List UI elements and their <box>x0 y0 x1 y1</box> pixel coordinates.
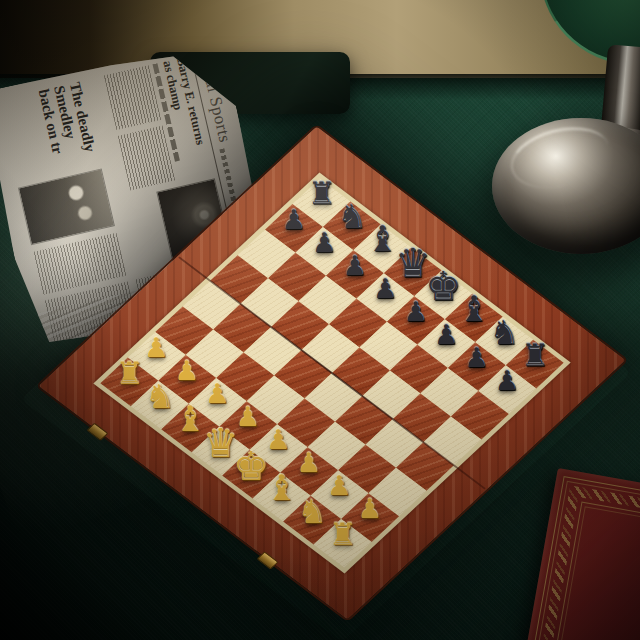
piece-black-bishop-f8[interactable]: ♝ <box>458 291 489 326</box>
piece-black-bishop-c8[interactable]: ♝ <box>367 222 398 257</box>
piece-white-pawn-d2[interactable]: ♟ <box>236 403 260 430</box>
newspaper-text-column <box>118 126 175 191</box>
piece-white-pawn-h2[interactable]: ♟ <box>358 495 382 522</box>
piece-white-knight-g1[interactable]: ♞ <box>297 495 327 528</box>
lamp-chrome-base <box>492 118 640 254</box>
piece-black-pawn-h7[interactable]: ♟ <box>495 367 519 394</box>
piece-black-pawn-e7[interactable]: ♟ <box>404 298 428 325</box>
piece-black-pawn-a7[interactable]: ♟ <box>282 206 306 233</box>
piece-white-knight-b1[interactable]: ♞ <box>145 379 175 412</box>
piece-black-knight-b8[interactable]: ♞ <box>337 200 367 233</box>
piece-black-pawn-d7[interactable]: ♟ <box>373 275 397 302</box>
piece-white-pawn-a2[interactable]: ♟ <box>145 334 169 361</box>
piece-white-pawn-b2[interactable]: ♟ <box>175 357 199 384</box>
piece-black-knight-g8[interactable]: ♞ <box>489 316 519 349</box>
headline-2: The deadly Smedley back on tr <box>0 81 100 181</box>
piece-white-rook-a1[interactable]: ♜ <box>115 357 143 388</box>
piece-white-bishop-f1[interactable]: ♝ <box>266 471 297 506</box>
piece-white-pawn-g2[interactable]: ♟ <box>327 472 351 499</box>
piece-black-pawn-c7[interactable]: ♟ <box>343 252 367 279</box>
piece-black-rook-a8[interactable]: ♜ <box>307 178 335 209</box>
piece-white-pawn-e2[interactable]: ♟ <box>267 426 291 453</box>
scene: Local Sports 20 Barry E. returns as cham… <box>0 0 640 640</box>
piece-black-pawn-g7[interactable]: ♟ <box>465 344 489 371</box>
piece-white-pawn-f2[interactable]: ♟ <box>297 449 321 476</box>
newspaper-text-column <box>104 65 161 130</box>
piece-black-pawn-f7[interactable]: ♟ <box>434 321 458 348</box>
piece-white-pawn-c2[interactable]: ♟ <box>206 380 230 407</box>
newspaper-photo-2 <box>18 168 115 245</box>
piece-black-rook-h8[interactable]: ♜ <box>521 340 549 371</box>
piece-white-king-e1[interactable]: ♚ <box>233 445 269 485</box>
piece-white-rook-h1[interactable]: ♜ <box>329 519 357 550</box>
piece-white-bishop-c1[interactable]: ♝ <box>175 402 206 437</box>
piece-black-pawn-b7[interactable]: ♟ <box>312 229 336 256</box>
piece-black-king-e8[interactable]: ♚ <box>425 266 461 306</box>
red-leather-book <box>522 468 640 640</box>
